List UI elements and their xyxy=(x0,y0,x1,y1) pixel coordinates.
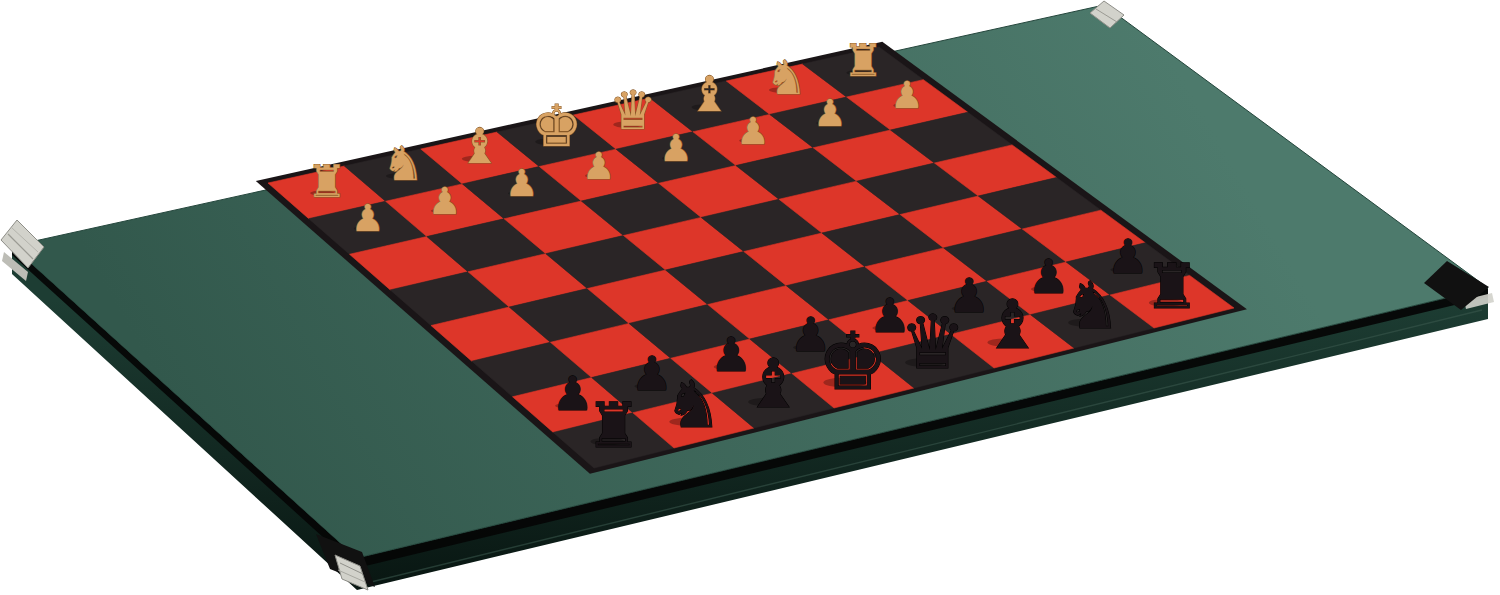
white-pawn[interactable]: ♟ xyxy=(890,73,923,117)
white-knight[interactable]: ♞ xyxy=(382,137,424,191)
white-queen[interactable]: ♛ xyxy=(609,79,657,142)
white-rook[interactable]: ♜ xyxy=(307,155,347,208)
white-pawn[interactable]: ♟ xyxy=(428,179,461,223)
white-bishop[interactable]: ♝ xyxy=(688,66,732,122)
black-queen[interactable]: ♛ xyxy=(899,299,965,385)
white-bishop[interactable]: ♝ xyxy=(458,118,502,174)
white-pawn[interactable]: ♟ xyxy=(736,109,769,153)
black-bishop[interactable]: ♝ xyxy=(982,285,1043,364)
chess-set-photo: Chess board with pieces set up in the st… xyxy=(0,0,1500,595)
black-rook[interactable]: ♜ xyxy=(586,389,642,462)
white-pawn[interactable]: ♟ xyxy=(659,126,692,170)
white-knight[interactable]: ♞ xyxy=(765,51,807,105)
black-bishop[interactable]: ♝ xyxy=(743,344,804,423)
black-knight[interactable]: ♞ xyxy=(1063,268,1121,343)
black-knight[interactable]: ♞ xyxy=(664,367,722,442)
black-king[interactable]: ♚ xyxy=(817,315,888,408)
white-pawn[interactable]: ♟ xyxy=(351,196,384,240)
white-rook[interactable]: ♜ xyxy=(843,34,883,87)
chessboard: Chess board with pieces set up in the st… xyxy=(0,0,1500,595)
white-pawn[interactable]: ♟ xyxy=(582,144,615,188)
white-king[interactable]: ♚ xyxy=(531,93,582,160)
white-pawn[interactable]: ♟ xyxy=(505,161,538,205)
white-pawn[interactable]: ♟ xyxy=(813,91,846,135)
black-rook[interactable]: ♜ xyxy=(1144,250,1200,323)
